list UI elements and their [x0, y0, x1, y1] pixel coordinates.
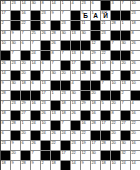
grid-cell[interactable]: 2	[1, 21, 10, 30]
cell-number: 22	[102, 51, 106, 55]
grid-cell[interactable]: 18	[51, 161, 60, 170]
grid-cell[interactable]: 14	[31, 61, 40, 70]
cell-number: 8	[42, 1, 44, 5]
grid-cell[interactable]: 24	[31, 51, 40, 60]
grid-cell[interactable]: 20	[111, 101, 120, 110]
grid-cell[interactable]: 9	[11, 31, 20, 40]
grid-cell[interactable]: 11	[81, 21, 90, 30]
grid-cell[interactable]: 23	[91, 161, 100, 170]
grid-cell[interactable]: 8	[51, 51, 60, 60]
cell-number: 6	[42, 61, 44, 65]
grid-cell[interactable]: 30	[81, 31, 90, 40]
grid-cell[interactable]: 7	[111, 41, 120, 50]
cell-number: 19	[82, 141, 86, 145]
cell-number: 26	[52, 41, 56, 45]
grid-cell[interactable]: 24	[31, 121, 40, 130]
grid-cell[interactable]: 14	[51, 1, 60, 10]
cell-number: 24	[42, 131, 46, 135]
cell-number: 28	[22, 161, 26, 165]
cell-number: 29	[92, 51, 96, 55]
grid-cell[interactable]: 18	[1, 1, 10, 10]
grid-cell[interactable]: 22	[21, 21, 30, 30]
cell-number: 13	[72, 101, 76, 105]
cell-number: 6	[2, 131, 4, 135]
cell-number: 14	[132, 161, 136, 165]
grid-cell[interactable]: 12	[91, 41, 100, 50]
cell-number: 13	[72, 51, 76, 55]
grid-cell[interactable]: 30	[61, 31, 70, 40]
grid-cell[interactable]: 18	[61, 101, 70, 110]
block-cell	[111, 91, 120, 100]
grid-cell[interactable]: 13	[51, 111, 60, 120]
cell-number: 23	[2, 141, 6, 145]
grid-cell[interactable]: 6	[81, 51, 90, 60]
block-cell	[61, 161, 70, 170]
grid-cell[interactable]: 17	[71, 61, 80, 70]
grid-cell[interactable]: 18	[131, 21, 140, 30]
grid-cell[interactable]: 17	[41, 91, 50, 100]
grid-cell[interactable]: 1	[21, 121, 30, 130]
grid-cell[interactable]: 28	[21, 161, 30, 170]
grid-cell[interactable]: 18	[61, 111, 70, 120]
grid-cell[interactable]: 19	[101, 61, 110, 70]
cell-number: 18	[62, 101, 66, 105]
grid-cell[interactable]: 23	[1, 141, 10, 150]
grid-cell[interactable]: 29	[21, 101, 30, 110]
grid-cell[interactable]: 9	[1, 81, 10, 90]
cell-number: 28	[112, 21, 116, 25]
block-cell	[101, 151, 110, 160]
cell-number: 7	[2, 101, 4, 105]
grid-cell[interactable]: 6	[21, 141, 30, 150]
grid-cell[interactable]: 8	[41, 1, 50, 10]
grid-cell[interactable]: 6	[41, 61, 50, 70]
grid-cell[interactable]: 13	[71, 31, 80, 40]
grid-cell[interactable]: 10	[111, 81, 120, 90]
cell-number: 12	[92, 41, 96, 45]
grid-cell[interactable]: 30	[91, 71, 100, 80]
grid-cell[interactable]: 23	[131, 11, 140, 20]
grid-cell[interactable]: 5Б	[81, 11, 90, 20]
block-cell	[11, 11, 20, 20]
grid-cell[interactable]: 9	[11, 141, 20, 150]
cell-number: 13	[122, 81, 126, 85]
grid-cell[interactable]: 8	[1, 121, 10, 130]
grid-cell[interactable]: 30	[31, 1, 40, 10]
block-cell	[61, 41, 70, 50]
cell-number: 18	[132, 71, 136, 75]
cell-number: 30	[72, 91, 76, 95]
grid-cell[interactable]: 24	[61, 131, 70, 140]
cell-number: 16	[132, 141, 136, 145]
grid-cell[interactable]: 24	[121, 161, 130, 170]
grid-cell[interactable]: 16	[131, 141, 140, 150]
grid-cell[interactable]: 17	[61, 151, 70, 160]
block-cell	[51, 81, 60, 90]
grid-cell[interactable]: 1А	[91, 11, 100, 20]
grid-cell[interactable]: 7	[31, 151, 40, 160]
grid-cell[interactable]: 12	[81, 151, 90, 160]
grid-cell[interactable]: 9	[31, 161, 40, 170]
cell-number: 26	[42, 111, 46, 115]
cell-number: 29	[82, 101, 86, 105]
cell-number: 25	[32, 31, 36, 35]
grid-cell[interactable]: 16	[131, 111, 140, 120]
cell-number: 26	[42, 21, 46, 25]
cell-number: 30	[32, 1, 36, 5]
grid-cell[interactable]: 23	[41, 11, 50, 20]
grid-cell[interactable]: 22	[131, 151, 140, 160]
block-cell	[61, 81, 70, 90]
grid-cell[interactable]: 6	[31, 81, 40, 90]
grid-cell[interactable]: 24	[41, 131, 50, 140]
cell-number: 2	[112, 71, 114, 75]
grid-cell[interactable]: 32	[121, 151, 130, 160]
cell-number: 30	[82, 31, 86, 35]
cell-number: 30	[52, 71, 56, 75]
block-cell	[81, 41, 90, 50]
grid-cell[interactable]: 23	[71, 141, 80, 150]
cell-number: 1	[22, 121, 24, 125]
grid-cell[interactable]: 14	[71, 161, 80, 170]
grid-cell[interactable]: 26	[71, 111, 80, 120]
cell-number: 20	[22, 131, 26, 135]
cell-number: 10	[132, 1, 136, 5]
grid-cell[interactable]: 20	[91, 91, 100, 100]
grid-cell[interactable]: 22	[101, 51, 110, 60]
cell-number: 1	[52, 91, 54, 95]
grid-cell[interactable]: 7	[41, 71, 50, 80]
cell-number: 16	[132, 111, 136, 115]
cell-number: 24	[32, 121, 36, 125]
cell-number: 14	[32, 61, 36, 65]
grid-cell[interactable]: 6	[131, 51, 140, 60]
grid-cell[interactable]: 10	[41, 121, 50, 130]
cell-number: 7	[112, 41, 114, 45]
block-cell	[111, 151, 120, 160]
grid-cell[interactable]: 16	[91, 111, 100, 120]
grid-cell[interactable]: 20	[111, 141, 120, 150]
cell-number: 8	[112, 111, 114, 115]
block-cell	[1, 151, 10, 160]
grid-cell[interactable]: 20	[131, 131, 140, 140]
cell-number: 28	[52, 31, 56, 35]
cell-number: 7	[32, 41, 34, 45]
grid-cell[interactable]: 1	[61, 1, 70, 10]
grid-cell[interactable]: 28	[81, 71, 90, 80]
cell-number: 18	[2, 111, 6, 115]
grid-cell[interactable]: 25	[31, 31, 40, 40]
grid-cell[interactable]: 30	[11, 41, 20, 50]
grid-cell[interactable]: 22	[111, 121, 120, 130]
grid-cell[interactable]: 22	[71, 151, 80, 160]
grid-cell[interactable]: 26	[131, 61, 140, 70]
grid-cell[interactable]: 26	[41, 31, 50, 40]
grid-cell[interactable]: 26	[51, 131, 60, 140]
grid-cell[interactable]: 8	[131, 31, 140, 40]
cell-number: 26	[132, 61, 136, 65]
grid-cell[interactable]: 30	[121, 41, 130, 50]
block-cell	[71, 11, 80, 20]
grid-cell[interactable]: 10	[1, 41, 10, 50]
grid-cell[interactable]: 29	[81, 101, 90, 110]
grid-cell[interactable]: 23	[11, 101, 20, 110]
grid-cell[interactable]: 7	[101, 81, 110, 90]
cell-number: 24	[62, 131, 66, 135]
block-cell	[81, 61, 90, 70]
cell-number: 17	[62, 151, 66, 155]
cell-number: 20	[92, 91, 96, 95]
grid-cell[interactable]: 2	[41, 161, 50, 170]
cell-number: 13	[52, 111, 56, 115]
grid-cell[interactable]: 7	[31, 41, 40, 50]
grid-cell[interactable]: 3	[111, 1, 120, 10]
cell-number: 9	[12, 161, 14, 165]
grid-cell[interactable]: 14	[131, 161, 140, 170]
grid-cell[interactable]: 18	[101, 161, 110, 170]
grid-cell[interactable]: 10	[131, 1, 140, 10]
grid-cell[interactable]: 26	[51, 41, 60, 50]
cell-number: 23	[42, 101, 46, 105]
grid-cell[interactable]: 23	[101, 31, 110, 40]
cell-number: 14	[52, 1, 56, 5]
block-cell	[91, 81, 100, 90]
block-cell	[11, 91, 20, 100]
grid-cell[interactable]: 4	[71, 81, 80, 90]
cell-number: 30	[92, 71, 96, 75]
grid-cell[interactable]: 28	[101, 141, 110, 150]
cell-number: 16	[32, 101, 36, 105]
grid-cell[interactable]: 5	[101, 101, 110, 110]
grid-cell[interactable]: 21	[101, 21, 110, 30]
grid-cell[interactable]: 8Й	[101, 11, 110, 20]
grid-cell[interactable]: 28	[51, 31, 60, 40]
grid-cell[interactable]: 14	[1, 71, 10, 80]
grid-cell[interactable]: 28	[91, 121, 100, 130]
grid-cell[interactable]: 28	[91, 61, 100, 70]
grid-cell[interactable]: 23	[61, 21, 70, 30]
grid-cell[interactable]: 16	[31, 101, 40, 110]
grid-cell[interactable]: 23	[81, 1, 90, 10]
grid-cell[interactable]: 9	[51, 11, 60, 20]
cell-number: 20	[132, 131, 136, 135]
grid-cell[interactable]: 30	[11, 81, 20, 90]
cell-number: 23	[62, 91, 66, 95]
grid-cell[interactable]: 20	[21, 131, 30, 140]
grid-cell[interactable]: 2	[111, 71, 120, 80]
grid-cell[interactable]: 7	[51, 61, 60, 70]
block-cell	[21, 91, 30, 100]
grid-cell[interactable]: 22	[51, 141, 60, 150]
block-cell	[81, 111, 90, 120]
given-letter: А	[91, 11, 100, 20]
grid-cell[interactable]: 27	[121, 121, 130, 130]
grid-cell[interactable]: 18	[1, 161, 10, 170]
grid-cell[interactable]: 26	[1, 61, 10, 70]
grid-cell[interactable]: 30	[51, 71, 60, 80]
grid-cell[interactable]: 23	[41, 101, 50, 110]
cell-number: 16	[82, 121, 86, 125]
grid-cell[interactable]: 17	[101, 121, 110, 130]
cell-number: 30	[122, 141, 126, 145]
grid-cell[interactable]: 29	[91, 51, 100, 60]
cell-number: 30	[122, 41, 126, 45]
cell-number: 20	[112, 101, 116, 105]
grid-cell[interactable]: 7	[61, 121, 70, 130]
grid-cell[interactable]: 1	[121, 21, 130, 30]
grid-cell[interactable]: 28	[1, 91, 10, 100]
grid-cell[interactable]: 20	[11, 151, 20, 160]
cell-number: 20	[12, 151, 16, 155]
grid-cell[interactable]: 7	[61, 51, 70, 60]
grid-cell[interactable]: 20	[21, 71, 30, 80]
cell-number: 7	[42, 71, 44, 75]
grid-cell[interactable]: 18	[91, 101, 100, 110]
cell-number: 22	[82, 131, 86, 135]
block-cell	[81, 81, 90, 90]
block-cell	[11, 21, 20, 30]
block-cell	[81, 91, 90, 100]
cell-number: 30	[12, 81, 16, 85]
grid-cell[interactable]: 17	[1, 11, 10, 20]
grid-cell[interactable]: 28	[11, 121, 20, 130]
cell-number: 1	[122, 21, 124, 25]
block-cell	[41, 141, 50, 150]
grid-cell[interactable]: 9	[81, 161, 90, 170]
cell-number: 7	[22, 31, 24, 35]
cell-number: 4	[72, 81, 74, 85]
grid-cell[interactable]: 9	[11, 161, 20, 170]
grid-cell[interactable]: 22	[81, 131, 90, 140]
block-cell	[101, 1, 110, 10]
grid-cell[interactable]: 6	[21, 41, 30, 50]
grid-cell[interactable]: 4	[71, 1, 80, 10]
grid-cell[interactable]: 18	[1, 31, 10, 40]
block-cell	[11, 131, 20, 140]
grid-cell[interactable]: 7	[121, 101, 130, 110]
grid-cell[interactable]: 7	[1, 101, 10, 110]
grid-cell[interactable]: 20	[61, 71, 70, 80]
grid-cell[interactable]: 23	[11, 61, 20, 70]
grid-cell[interactable]: 13	[41, 81, 50, 90]
grid-cell[interactable]: 13	[71, 101, 80, 110]
grid-cell[interactable]: 13	[121, 81, 130, 90]
block-cell	[101, 41, 110, 50]
grid-cell[interactable]: 20	[21, 61, 30, 70]
grid-cell[interactable]: 26	[31, 141, 40, 150]
grid-cell[interactable]: 30	[71, 91, 80, 100]
cell-number: 18	[2, 161, 6, 165]
grid-cell[interactable]: 17	[91, 141, 100, 150]
cell-number: 26	[2, 61, 6, 65]
cell-number: 28	[82, 71, 86, 75]
cell-number: 22	[112, 121, 116, 125]
cell-number: 6	[32, 81, 34, 85]
grid-cell[interactable]: 27	[21, 111, 30, 120]
grid-cell[interactable]: 18	[1, 111, 10, 120]
cell-number: 18	[92, 101, 96, 105]
cell-number: 9	[52, 11, 54, 15]
block-cell	[91, 31, 100, 40]
grid-cell[interactable]: 13	[71, 51, 80, 60]
cell-number: 4	[132, 101, 134, 105]
grid-cell[interactable]: 30	[121, 141, 130, 150]
cell-number: 23	[72, 141, 76, 145]
cell-number: 17	[42, 91, 46, 95]
grid-cell[interactable]: 23	[11, 1, 20, 10]
block-cell	[121, 31, 130, 40]
grid-cell[interactable]: 6	[111, 61, 120, 70]
block-cell	[31, 131, 40, 140]
cell-number: 6	[22, 41, 24, 45]
given-letter: Б	[81, 11, 90, 20]
grid-cell[interactable]: 4	[131, 101, 140, 110]
grid-cell[interactable]: 2	[121, 91, 130, 100]
grid-cell[interactable]: 30	[91, 151, 100, 160]
cell-number: 13	[42, 81, 46, 85]
grid-cell[interactable]: 10	[131, 81, 140, 90]
grid-cell[interactable]: 20	[111, 131, 120, 140]
cell-number: 7	[12, 51, 14, 55]
block-cell	[121, 11, 130, 20]
cell-number: 8	[132, 31, 134, 35]
cell-number: 20	[112, 131, 116, 135]
grid-cell[interactable]: 6	[1, 131, 10, 140]
grid-cell[interactable]: 7	[61, 11, 70, 20]
grid-cell[interactable]: 26	[41, 111, 50, 120]
grid-cell[interactable]: 26	[131, 41, 140, 50]
grid-cell[interactable]: 26	[41, 21, 50, 30]
grid-cell[interactable]: 23	[61, 91, 70, 100]
cell-number: 28	[102, 141, 106, 145]
cell-number: 10	[2, 41, 6, 45]
grid-cell[interactable]: 16	[21, 11, 30, 20]
grid-cell[interactable]: 14	[21, 1, 30, 10]
grid-cell[interactable]: 28	[111, 21, 120, 30]
block-cell	[21, 151, 30, 160]
cell-number: 6	[22, 141, 24, 145]
grid-cell[interactable]: 10	[111, 161, 120, 170]
cell-number: 23	[12, 61, 16, 65]
cell-number: 13	[72, 71, 76, 75]
grid-cell[interactable]: 16	[81, 121, 90, 130]
grid-cell[interactable]: 22	[131, 121, 140, 130]
grid-cell[interactable]: 6	[91, 1, 100, 10]
cell-number: 10	[42, 121, 46, 125]
grid-cell[interactable]: 18	[131, 71, 140, 80]
cell-number: 4	[72, 1, 74, 5]
grid-cell[interactable]: 7	[21, 31, 30, 40]
block-cell	[61, 61, 70, 70]
cell-number: 7	[122, 101, 124, 105]
cell-number: 26	[72, 111, 76, 115]
grid-cell[interactable]: 26	[71, 131, 80, 140]
grid-cell[interactable]: 18	[21, 81, 30, 90]
cell-number: 28	[92, 121, 96, 125]
cell-number: 9	[2, 81, 4, 85]
grid-cell[interactable]: 8	[111, 111, 120, 120]
grid-cell[interactable]: 13	[71, 71, 80, 80]
cell-number: 32	[122, 151, 126, 155]
grid-cell[interactable]: 7	[121, 1, 130, 10]
grid-cell[interactable]: 19	[81, 141, 90, 150]
cell-number: 10	[112, 81, 116, 85]
grid-cell[interactable]: 20	[121, 61, 130, 70]
grid-cell[interactable]: 7	[11, 51, 20, 60]
grid-cell[interactable]: 1	[51, 91, 60, 100]
cell-number: 26	[32, 141, 36, 145]
cell-number: 9	[32, 161, 34, 165]
